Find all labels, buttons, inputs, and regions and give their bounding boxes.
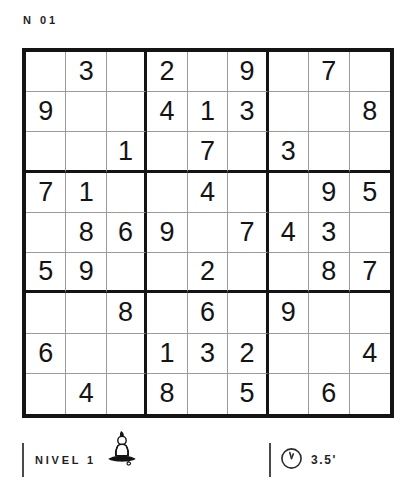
sudoku-cell-r4c7[interactable] xyxy=(269,173,309,213)
sudoku-cell-r7c9[interactable] xyxy=(350,293,390,333)
sudoku-cell-r5c7[interactable]: 4 xyxy=(269,213,309,253)
sudoku-cell-r1c2[interactable]: 3 xyxy=(66,52,106,92)
sudoku-cell-r5c5[interactable] xyxy=(188,213,228,253)
sudoku-cell-r3c5[interactable]: 7 xyxy=(188,132,228,172)
sudoku-cell-r9c6[interactable]: 5 xyxy=(228,374,268,414)
sudoku-cell-r7c2[interactable] xyxy=(66,293,106,333)
clock-icon xyxy=(280,447,303,474)
sudoku-cell-r6c3[interactable] xyxy=(107,253,147,293)
sudoku-cell-r4c5[interactable]: 4 xyxy=(188,173,228,213)
sudoku-cell-r2c9[interactable]: 8 xyxy=(350,92,390,132)
sudoku-cell-r8c1[interactable]: 6 xyxy=(26,334,66,374)
sudoku-cell-r3c4[interactable] xyxy=(147,132,187,172)
sudoku-cell-r3c1[interactable] xyxy=(26,132,66,172)
sudoku-cell-r4c8[interactable]: 9 xyxy=(309,173,349,213)
sudoku-cell-r4c3[interactable] xyxy=(107,173,147,213)
sudoku-cell-r8c3[interactable] xyxy=(107,334,147,374)
sudoku-cell-r3c3[interactable]: 1 xyxy=(107,132,147,172)
sudoku-cell-r9c1[interactable] xyxy=(26,374,66,414)
sudoku-cell-r7c4[interactable] xyxy=(147,293,187,333)
sudoku-cell-r8c6[interactable]: 2 xyxy=(228,334,268,374)
sudoku-cell-r2c8[interactable] xyxy=(309,92,349,132)
sudoku-cell-r9c2[interactable]: 4 xyxy=(66,374,106,414)
sudoku-cell-r3c6[interactable] xyxy=(228,132,268,172)
sudoku-cell-r7c7[interactable]: 9 xyxy=(269,293,309,333)
sudoku-cell-r2c1[interactable]: 9 xyxy=(26,92,66,132)
sudoku-cell-r9c3[interactable] xyxy=(107,374,147,414)
sudoku-cell-r1c8[interactable]: 7 xyxy=(309,52,349,92)
sudoku-cell-r1c1[interactable] xyxy=(26,52,66,92)
time-label: 3.5' xyxy=(311,453,337,467)
time-indicator: 3.5' xyxy=(269,442,337,478)
level-indicator: NIVEL 1 xyxy=(22,442,141,478)
sudoku-cell-r2c5[interactable]: 1 xyxy=(188,92,228,132)
sudoku-cell-r8c9[interactable]: 4 xyxy=(350,334,390,374)
sudoku-page: N 01 32979413817371495869743592878696132… xyxy=(0,0,413,500)
sudoku-cell-r6c4[interactable] xyxy=(147,253,187,293)
sudoku-cell-r8c7[interactable] xyxy=(269,334,309,374)
sudoku-cell-r6c7[interactable] xyxy=(269,253,309,293)
sudoku-cell-r4c6[interactable] xyxy=(228,173,268,213)
sudoku-cell-r9c9[interactable] xyxy=(350,374,390,414)
sudoku-cell-r6c9[interactable]: 7 xyxy=(350,253,390,293)
sudoku-cell-r8c4[interactable]: 1 xyxy=(147,334,187,374)
level-label: NIVEL 1 xyxy=(35,454,96,466)
sudoku-cell-r1c9[interactable] xyxy=(350,52,390,92)
sudoku-cell-r1c4[interactable]: 2 xyxy=(147,52,187,92)
sudoku-cell-r1c7[interactable] xyxy=(269,52,309,92)
sudoku-cell-r9c4[interactable]: 8 xyxy=(147,374,187,414)
sudoku-cell-r6c2[interactable]: 9 xyxy=(66,253,106,293)
sudoku-cell-r3c8[interactable] xyxy=(309,132,349,172)
sudoku-cell-r3c2[interactable] xyxy=(66,132,106,172)
sudoku-cell-r4c4[interactable] xyxy=(147,173,187,213)
sudoku-cell-r5c4[interactable]: 9 xyxy=(147,213,187,253)
sudoku-cell-r9c7[interactable] xyxy=(269,374,309,414)
sudoku-cell-r7c6[interactable] xyxy=(228,293,268,333)
sudoku-cell-r3c7[interactable]: 3 xyxy=(269,132,309,172)
sudoku-cell-r2c4[interactable]: 4 xyxy=(147,92,187,132)
sudoku-cell-r5c6[interactable]: 7 xyxy=(228,213,268,253)
sudoku-cell-r2c6[interactable]: 3 xyxy=(228,92,268,132)
sudoku-cell-r6c8[interactable]: 8 xyxy=(309,253,349,293)
sudoku-cell-r7c5[interactable]: 6 xyxy=(188,293,228,333)
person-meditating-icon xyxy=(103,430,141,474)
sudoku-cell-r4c2[interactable]: 1 xyxy=(66,173,106,213)
time-divider-bar xyxy=(269,443,271,477)
sudoku-cell-r2c7[interactable] xyxy=(269,92,309,132)
sudoku-cell-r4c9[interactable]: 5 xyxy=(350,173,390,213)
sudoku-cell-r6c5[interactable]: 2 xyxy=(188,253,228,293)
sudoku-cell-r2c3[interactable] xyxy=(107,92,147,132)
sudoku-cell-r7c1[interactable] xyxy=(26,293,66,333)
sudoku-cell-r1c6[interactable]: 9 xyxy=(228,52,268,92)
level-divider-bar xyxy=(22,443,24,477)
sudoku-cell-r1c3[interactable] xyxy=(107,52,147,92)
sudoku-cell-r5c8[interactable]: 3 xyxy=(309,213,349,253)
sudoku-cell-r3c9[interactable] xyxy=(350,132,390,172)
sudoku-cell-r2c2[interactable] xyxy=(66,92,106,132)
sudoku-cell-r4c1[interactable]: 7 xyxy=(26,173,66,213)
sudoku-cell-r8c8[interactable] xyxy=(309,334,349,374)
sudoku-board: 3297941381737149586974359287869613244856 xyxy=(22,48,394,418)
sudoku-cell-r5c1[interactable] xyxy=(26,213,66,253)
puzzle-number-label: N 01 xyxy=(23,14,58,26)
sudoku-cell-r9c5[interactable] xyxy=(188,374,228,414)
sudoku-cell-r6c1[interactable]: 5 xyxy=(26,253,66,293)
sudoku-cell-r8c2[interactable] xyxy=(66,334,106,374)
sudoku-cell-r6c6[interactable] xyxy=(228,253,268,293)
sudoku-cell-r7c3[interactable]: 8 xyxy=(107,293,147,333)
sudoku-cell-r8c5[interactable]: 3 xyxy=(188,334,228,374)
sudoku-cell-r5c2[interactable]: 8 xyxy=(66,213,106,253)
sudoku-cell-r9c8[interactable]: 6 xyxy=(309,374,349,414)
sudoku-cell-r7c8[interactable] xyxy=(309,293,349,333)
sudoku-cell-r5c9[interactable] xyxy=(350,213,390,253)
sudoku-cell-r1c5[interactable] xyxy=(188,52,228,92)
sudoku-cell-r5c3[interactable]: 6 xyxy=(107,213,147,253)
